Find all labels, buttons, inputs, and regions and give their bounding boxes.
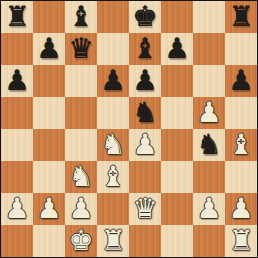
square-b3[interactable] [33,161,65,193]
black-bishop-c8[interactable]: ♝ [68,1,93,33]
chess-board: ♜♝♚♜♟♛♝♟♟♟♟♟♞♟♞♟♞♝♞♝♟♟♟♛♟♟♚♜♜ [0,0,258,258]
square-f8[interactable] [161,1,193,33]
white-pawn-g5[interactable]: ♟ [196,97,221,129]
white-pawn-c2[interactable]: ♟ [68,193,93,225]
square-f1[interactable] [161,225,193,257]
black-bishop-e7[interactable]: ♝ [132,33,157,65]
square-c1[interactable]: ♚ [65,225,97,257]
white-bishop-d3[interactable]: ♝ [100,161,125,193]
square-b4[interactable] [33,129,65,161]
square-g5[interactable]: ♟ [193,97,225,129]
square-b1[interactable] [33,225,65,257]
square-d8[interactable] [97,1,129,33]
black-knight-e5[interactable]: ♞ [132,97,157,129]
white-pawn-h2[interactable]: ♟ [228,193,253,225]
square-c5[interactable] [65,97,97,129]
white-rook-d1[interactable]: ♜ [100,225,125,257]
square-h7[interactable] [225,33,257,65]
square-g2[interactable]: ♟ [193,193,225,225]
square-b6[interactable] [33,65,65,97]
square-c4[interactable] [65,129,97,161]
square-g3[interactable] [193,161,225,193]
square-c3[interactable]: ♞ [65,161,97,193]
square-e5[interactable]: ♞ [129,97,161,129]
square-a4[interactable] [1,129,33,161]
square-h5[interactable] [225,97,257,129]
square-b2[interactable]: ♟ [33,193,65,225]
square-f4[interactable] [161,129,193,161]
black-knight-g4[interactable]: ♞ [196,129,221,161]
square-h2[interactable]: ♟ [225,193,257,225]
white-pawn-e4[interactable]: ♟ [132,129,157,161]
square-g7[interactable] [193,33,225,65]
square-a3[interactable] [1,161,33,193]
white-king-c1[interactable]: ♚ [68,225,93,257]
square-c2[interactable]: ♟ [65,193,97,225]
square-f6[interactable] [161,65,193,97]
black-king-e8[interactable]: ♚ [132,1,157,33]
square-h1[interactable]: ♜ [225,225,257,257]
white-bishop-h4[interactable]: ♝ [228,129,253,161]
square-e8[interactable]: ♚ [129,1,161,33]
black-pawn-a6[interactable]: ♟ [4,65,29,97]
white-knight-c3[interactable]: ♞ [68,161,93,193]
black-pawn-h6[interactable]: ♟ [228,65,253,97]
white-queen-e2[interactable]: ♛ [132,193,157,225]
square-d6[interactable]: ♟ [97,65,129,97]
white-knight-d4[interactable]: ♞ [100,129,125,161]
square-d3[interactable]: ♝ [97,161,129,193]
square-g6[interactable] [193,65,225,97]
black-pawn-b7[interactable]: ♟ [36,33,61,65]
square-e6[interactable]: ♟ [129,65,161,97]
black-pawn-f7[interactable]: ♟ [164,33,189,65]
black-rook-a8[interactable]: ♜ [4,1,29,33]
square-d4[interactable]: ♞ [97,129,129,161]
square-a6[interactable]: ♟ [1,65,33,97]
square-a1[interactable] [1,225,33,257]
square-e3[interactable] [129,161,161,193]
square-h6[interactable]: ♟ [225,65,257,97]
white-rook-h1[interactable]: ♜ [228,225,253,257]
square-f7[interactable]: ♟ [161,33,193,65]
square-f5[interactable] [161,97,193,129]
square-h8[interactable]: ♜ [225,1,257,33]
square-e1[interactable] [129,225,161,257]
black-rook-h8[interactable]: ♜ [228,1,253,33]
square-c6[interactable] [65,65,97,97]
square-g8[interactable] [193,1,225,33]
square-d5[interactable] [97,97,129,129]
black-pawn-e6[interactable]: ♟ [132,65,157,97]
square-g4[interactable]: ♞ [193,129,225,161]
black-pawn-d6[interactable]: ♟ [100,65,125,97]
square-b7[interactable]: ♟ [33,33,65,65]
white-pawn-b2[interactable]: ♟ [36,193,61,225]
square-d1[interactable]: ♜ [97,225,129,257]
square-a2[interactable]: ♟ [1,193,33,225]
square-f3[interactable] [161,161,193,193]
white-pawn-a2[interactable]: ♟ [4,193,29,225]
square-b8[interactable] [33,1,65,33]
square-h3[interactable] [225,161,257,193]
square-a8[interactable]: ♜ [1,1,33,33]
square-b5[interactable] [33,97,65,129]
white-pawn-g2[interactable]: ♟ [196,193,221,225]
square-c8[interactable]: ♝ [65,1,97,33]
square-f2[interactable] [161,193,193,225]
square-a7[interactable] [1,33,33,65]
square-e4[interactable]: ♟ [129,129,161,161]
square-h4[interactable]: ♝ [225,129,257,161]
square-a5[interactable] [1,97,33,129]
square-d2[interactable] [97,193,129,225]
black-queen-c7[interactable]: ♛ [68,33,93,65]
square-e7[interactable]: ♝ [129,33,161,65]
square-g1[interactable] [193,225,225,257]
square-d7[interactable] [97,33,129,65]
square-c7[interactable]: ♛ [65,33,97,65]
square-e2[interactable]: ♛ [129,193,161,225]
